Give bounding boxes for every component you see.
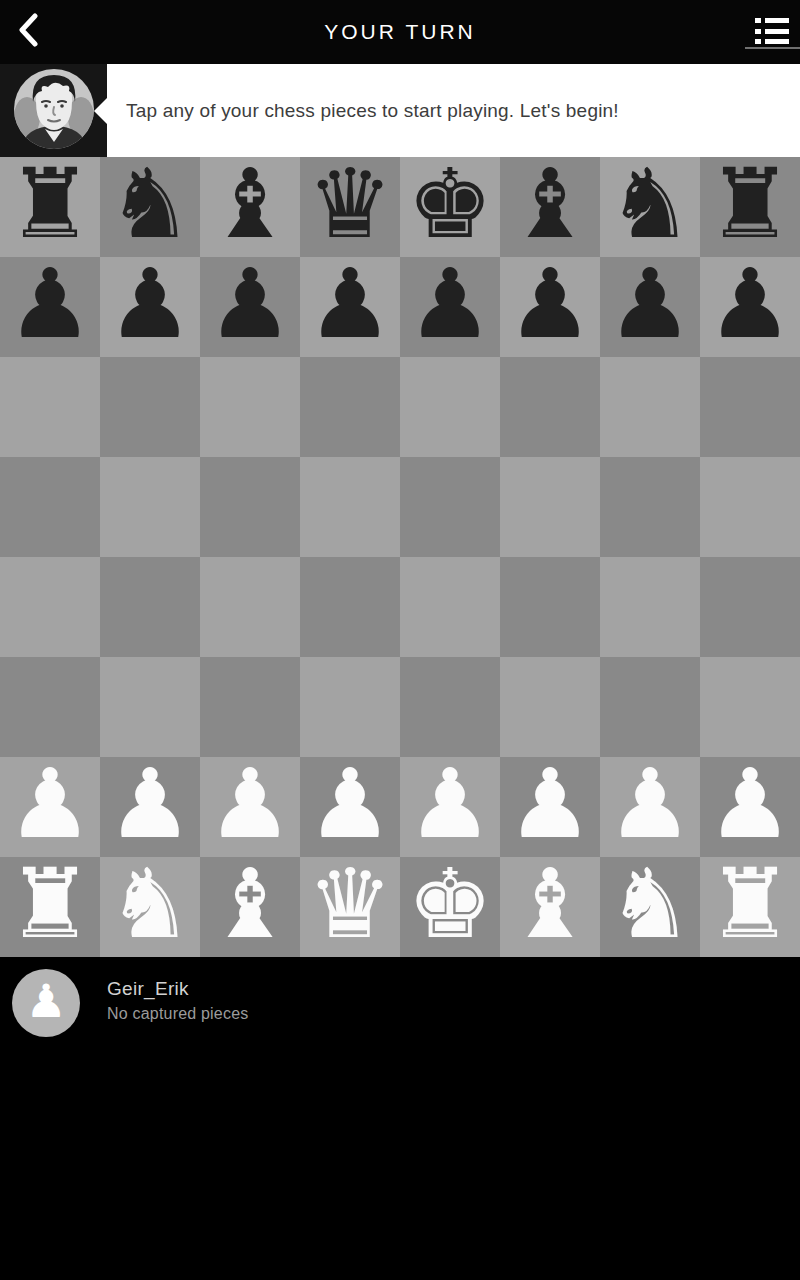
square-g1[interactable]: ♞ (600, 857, 700, 957)
piece-white-queen: ♛ (307, 857, 393, 952)
square-a2[interactable]: ♟ (0, 757, 100, 857)
speech-bubble-notch (94, 98, 107, 124)
square-a5[interactable] (0, 457, 100, 557)
piece-white-knight: ♞ (607, 857, 693, 952)
square-e1[interactable]: ♚ (400, 857, 500, 957)
piece-white-knight: ♞ (107, 857, 193, 952)
piece-white-rook: ♜ (7, 857, 93, 952)
square-b3[interactable] (100, 657, 200, 757)
captured-pieces-status: No captured pieces (107, 1005, 248, 1023)
piece-white-pawn: ♟ (307, 757, 393, 852)
coach-avatar-box (0, 64, 107, 157)
white-pawn-icon: ♟ (25, 978, 66, 1024)
square-e3[interactable] (400, 657, 500, 757)
square-f1[interactable]: ♝ (500, 857, 600, 957)
square-e5[interactable] (400, 457, 500, 557)
square-h4[interactable] (700, 557, 800, 657)
square-f7[interactable]: ♟ (500, 257, 600, 357)
square-h7[interactable]: ♟ (700, 257, 800, 357)
square-f6[interactable] (500, 357, 600, 457)
square-h8[interactable]: ♜ (700, 157, 800, 257)
piece-black-pawn: ♟ (507, 257, 593, 352)
square-h6[interactable] (700, 357, 800, 457)
piece-black-knight: ♞ (107, 157, 193, 252)
square-a8[interactable]: ♜ (0, 157, 100, 257)
coach-speech-bubble: Tap any of your chess pieces to start pl… (107, 64, 800, 157)
square-h5[interactable] (700, 457, 800, 557)
square-a7[interactable]: ♟ (0, 257, 100, 357)
square-c5[interactable] (200, 457, 300, 557)
piece-black-queen: ♛ (307, 157, 393, 252)
coach-message-text: Tap any of your chess pieces to start pl… (126, 100, 619, 122)
square-d6[interactable] (300, 357, 400, 457)
square-e8[interactable]: ♚ (400, 157, 500, 257)
square-d4[interactable] (300, 557, 400, 657)
square-a1[interactable]: ♜ (0, 857, 100, 957)
square-h1[interactable]: ♜ (700, 857, 800, 957)
square-d3[interactable] (300, 657, 400, 757)
square-e2[interactable]: ♟ (400, 757, 500, 857)
square-b5[interactable] (100, 457, 200, 557)
player-avatar: ♟ (12, 969, 80, 1037)
square-d2[interactable]: ♟ (300, 757, 400, 857)
piece-white-pawn: ♟ (207, 757, 293, 852)
piece-black-pawn: ♟ (707, 257, 793, 352)
square-c4[interactable] (200, 557, 300, 657)
piece-white-pawn: ♟ (707, 757, 793, 852)
piece-black-knight: ♞ (607, 157, 693, 252)
square-c6[interactable] (200, 357, 300, 457)
piece-white-bishop: ♝ (507, 857, 593, 952)
player-bar: ♟ Geir_Erik No captured pieces (0, 957, 800, 1037)
square-g5[interactable] (600, 457, 700, 557)
bulleted-list-icon (755, 18, 789, 23)
square-h2[interactable]: ♟ (700, 757, 800, 857)
piece-black-pawn: ♟ (7, 257, 93, 352)
square-a4[interactable] (0, 557, 100, 657)
square-d7[interactable]: ♟ (300, 257, 400, 357)
piece-black-rook: ♜ (7, 157, 93, 252)
piece-white-king: ♚ (407, 857, 493, 952)
square-f2[interactable]: ♟ (500, 757, 600, 857)
square-a6[interactable] (0, 357, 100, 457)
piece-black-pawn: ♟ (607, 257, 693, 352)
piece-white-rook: ♜ (707, 857, 793, 952)
square-b7[interactable]: ♟ (100, 257, 200, 357)
piece-black-rook: ♜ (707, 157, 793, 252)
app-bar: YOUR TURN (0, 0, 800, 64)
square-h3[interactable] (700, 657, 800, 757)
piece-white-pawn: ♟ (607, 757, 693, 852)
piece-white-pawn: ♟ (507, 757, 593, 852)
coach-avatar (14, 69, 94, 153)
coach-message-row: Tap any of your chess pieces to start pl… (0, 64, 800, 157)
piece-black-bishop: ♝ (507, 157, 593, 252)
chess-board: ♜♞♝♛♚♝♞♜♟♟♟♟♟♟♟♟♟♟♟♟♟♟♟♟♜♞♝♛♚♝♞♜ (0, 157, 800, 957)
square-b8[interactable]: ♞ (100, 157, 200, 257)
square-f4[interactable] (500, 557, 600, 657)
square-c2[interactable]: ♟ (200, 757, 300, 857)
square-d1[interactable]: ♛ (300, 857, 400, 957)
piece-white-bishop: ♝ (207, 857, 293, 952)
square-b2[interactable]: ♟ (100, 757, 200, 857)
square-g7[interactable]: ♟ (600, 257, 700, 357)
square-e4[interactable] (400, 557, 500, 657)
square-f3[interactable] (500, 657, 600, 757)
piece-white-pawn: ♟ (7, 757, 93, 852)
square-g3[interactable] (600, 657, 700, 757)
square-c1[interactable]: ♝ (200, 857, 300, 957)
piece-black-bishop: ♝ (207, 157, 293, 252)
chess-app-screen: YOUR TURN (0, 0, 800, 1280)
square-g8[interactable]: ♞ (600, 157, 700, 257)
player-info: Geir_Erik No captured pieces (107, 969, 248, 1023)
menu-underline (745, 47, 800, 49)
square-g6[interactable] (600, 357, 700, 457)
piece-white-pawn: ♟ (107, 757, 193, 852)
square-g2[interactable]: ♟ (600, 757, 700, 857)
square-c8[interactable]: ♝ (200, 157, 300, 257)
square-e7[interactable]: ♟ (400, 257, 500, 357)
square-d8[interactable]: ♛ (300, 157, 400, 257)
square-c3[interactable] (200, 657, 300, 757)
page-title: YOUR TURN (0, 20, 800, 44)
piece-black-pawn: ♟ (307, 257, 393, 352)
square-d5[interactable] (300, 457, 400, 557)
square-b6[interactable] (100, 357, 200, 457)
move-list-button[interactable] (755, 17, 789, 45)
square-f8[interactable]: ♝ (500, 157, 600, 257)
back-button[interactable] (0, 0, 56, 64)
piece-black-pawn: ♟ (407, 257, 493, 352)
square-e6[interactable] (400, 357, 500, 457)
piece-white-pawn: ♟ (407, 757, 493, 852)
square-b1[interactable]: ♞ (100, 857, 200, 957)
square-g4[interactable] (600, 557, 700, 657)
chevron-left-icon (17, 13, 39, 51)
piece-black-pawn: ♟ (207, 257, 293, 352)
player-name: Geir_Erik (107, 978, 248, 1000)
piece-black-pawn: ♟ (107, 257, 193, 352)
square-b4[interactable] (100, 557, 200, 657)
square-f5[interactable] (500, 457, 600, 557)
piece-black-king: ♚ (407, 157, 493, 252)
square-c7[interactable]: ♟ (200, 257, 300, 357)
square-a3[interactable] (0, 657, 100, 757)
